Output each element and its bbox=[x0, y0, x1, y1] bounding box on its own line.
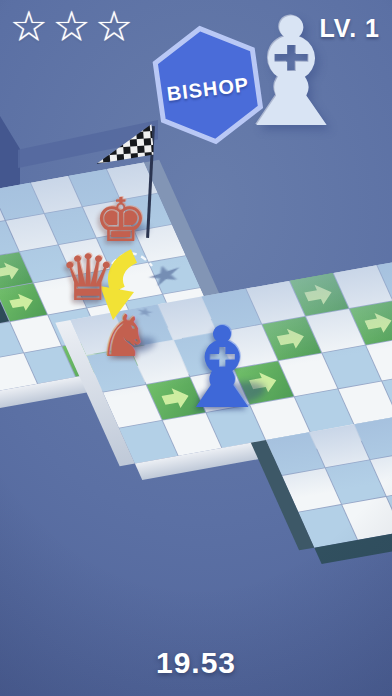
badge-label: BISHOP bbox=[149, 71, 267, 108]
star-outline-icon: ☆ bbox=[10, 2, 48, 52]
piece-badge: ♝ BISHOP bbox=[148, 6, 348, 166]
direction-arrow-icon bbox=[4, 289, 40, 315]
hexagon-badge-icon bbox=[140, 14, 277, 157]
piece-blue-bishop[interactable]: ♝ bbox=[172, 315, 272, 421]
hint-arrow-head-icon bbox=[100, 286, 134, 320]
move-hint bbox=[88, 244, 168, 330]
game-viewport[interactable]: ★★ ♚♛♞♝ ☆☆☆ LV. 1 ♝ BISHOP 19.53 bbox=[0, 0, 392, 696]
timer: 19.53 bbox=[0, 646, 392, 680]
star-outline-icon: ☆ bbox=[95, 2, 133, 52]
direction-arrow-icon bbox=[298, 280, 339, 310]
level-label: LV. 1 bbox=[319, 14, 380, 43]
direction-arrow-icon bbox=[271, 323, 312, 353]
star-outline-icon: ☆ bbox=[53, 2, 91, 52]
badge-bishop-icon: ♝ bbox=[224, 0, 358, 148]
star-rating: ☆☆☆ bbox=[10, 2, 133, 52]
direction-arrow-icon bbox=[0, 258, 26, 284]
direction-arrow-icon bbox=[358, 308, 392, 338]
hint-arrow-body-icon bbox=[115, 256, 134, 290]
